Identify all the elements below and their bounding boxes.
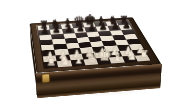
square-e1: ♚ xyxy=(96,57,111,64)
box-clasp xyxy=(42,74,49,82)
product-photo: ♜♞♝♛♚♝♞♜♟♟♟♟♟♟♟♟♟♟♟♟♟♟♟♟♜♞♝♛♚♝♞♜ xyxy=(0,0,175,105)
square-a1: ♜ xyxy=(44,61,59,68)
piece-black-rook: ♜ xyxy=(119,15,128,25)
square-h1: ♜ xyxy=(134,55,150,62)
piece-white-pawn: ♟ xyxy=(72,49,82,60)
piece-black-rook: ♜ xyxy=(40,20,49,30)
chess-box: ♜♞♝♛♚♝♞♜♟♟♟♟♟♟♟♟♟♟♟♟♟♟♟♟♜♞♝♛♚♝♞♜ xyxy=(30,17,161,73)
